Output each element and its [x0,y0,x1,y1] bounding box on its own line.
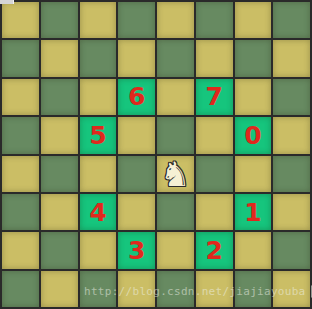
square-g8 [235,2,272,38]
square-h2 [273,232,310,268]
move-number-1: 1 [244,200,261,225]
square-f6: 7 [196,79,233,115]
square-e6 [157,79,194,115]
square-a8 [2,2,39,38]
square-c6 [80,79,117,115]
square-g2 [235,232,272,268]
square-c4 [80,156,117,192]
square-d8 [118,2,155,38]
square-b5 [41,117,78,153]
square-e4: ♞ [157,156,194,192]
square-d5 [118,117,155,153]
square-h3 [273,194,310,230]
square-h7 [273,40,310,76]
square-d3 [118,194,155,230]
square-b2 [41,232,78,268]
square-a2 [2,232,39,268]
square-f3 [196,194,233,230]
square-b3 [41,194,78,230]
square-d2: 3 [118,232,155,268]
square-b6 [41,79,78,115]
square-e7 [157,40,194,76]
square-f8 [196,2,233,38]
move-number-2: 2 [205,238,222,263]
square-a1 [2,271,39,307]
square-c2 [80,232,117,268]
square-e3 [157,194,194,230]
move-number-4: 4 [89,200,106,225]
square-d7 [118,40,155,76]
square-h1 [273,271,310,307]
move-number-5: 5 [89,123,106,148]
chessboard: 6750♞4132 [0,0,312,309]
square-a3 [2,194,39,230]
square-c3: 4 [80,194,117,230]
square-f1 [196,271,233,307]
square-e2 [157,232,194,268]
square-a7 [2,40,39,76]
square-c8 [80,2,117,38]
square-e8 [157,2,194,38]
square-e1 [157,271,194,307]
square-a4 [2,156,39,192]
move-number-0: 0 [244,123,261,148]
square-c5: 5 [80,117,117,153]
square-a5 [2,117,39,153]
square-f5 [196,117,233,153]
knight-moves-diagram: 6750♞4132 http://blog.csdn.net/jiajiayou… [0,0,312,309]
white-knight-piece: ♞ [160,157,190,191]
square-c7 [80,40,117,76]
square-d6: 6 [118,79,155,115]
square-h5 [273,117,310,153]
square-a6 [2,79,39,115]
move-number-3: 3 [128,238,145,263]
square-b1 [41,271,78,307]
square-g7 [235,40,272,76]
square-b7 [41,40,78,76]
move-number-7: 7 [205,84,222,109]
square-h4 [273,156,310,192]
square-f7 [196,40,233,76]
square-h8 [273,2,310,38]
square-g4 [235,156,272,192]
square-g5: 0 [235,117,272,153]
square-b4 [41,156,78,192]
square-g1 [235,271,272,307]
square-h6 [273,79,310,115]
square-f4 [196,156,233,192]
move-number-6: 6 [128,84,145,109]
square-g6 [235,79,272,115]
square-b8 [41,2,78,38]
screenshot-corner-artifact [0,0,14,4]
square-d4 [118,156,155,192]
square-c1 [80,271,117,307]
square-f2: 2 [196,232,233,268]
square-e5 [157,117,194,153]
square-d1 [118,271,155,307]
square-g3: 1 [235,194,272,230]
